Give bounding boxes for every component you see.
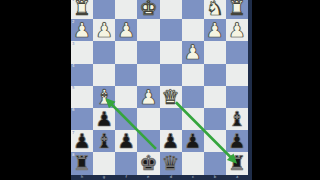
square-f8[interactable]	[115, 152, 137, 174]
file-label-d: d	[161, 175, 180, 180]
square-f7[interactable]: ♟	[115, 130, 137, 152]
square-e8[interactable]: ♚	[137, 152, 159, 174]
rank-label-2: 2	[72, 20, 75, 24]
square-g7[interactable]: ♝	[93, 130, 115, 152]
black-pawn-a7: ♟	[226, 130, 248, 152]
square-d1[interactable]	[160, 0, 182, 19]
white-king-e1: ♚	[137, 0, 159, 19]
square-f3[interactable]	[115, 41, 137, 63]
square-h1[interactable]: 1♜	[71, 0, 93, 19]
square-a8[interactable]: ♜	[226, 152, 248, 174]
file-coordinates-strip: hgfedcba	[71, 175, 248, 180]
file-label-h: h	[73, 175, 92, 180]
square-c2[interactable]	[182, 19, 204, 41]
square-b7[interactable]	[204, 130, 226, 152]
file-label-g: g	[95, 175, 114, 180]
white-pawn-c3: ♟	[182, 41, 204, 63]
square-h7[interactable]: 7♟	[71, 130, 93, 152]
square-d3[interactable]	[160, 41, 182, 63]
square-h8[interactable]: 8♜	[71, 152, 93, 174]
square-d5[interactable]: ♛	[160, 86, 182, 108]
white-rook-h1: ♜	[71, 0, 93, 19]
square-c4[interactable]	[182, 64, 204, 86]
square-e5[interactable]: ♟	[137, 86, 159, 108]
black-rook-a8: ♜	[226, 152, 248, 174]
rank-label-1: 1	[72, 0, 75, 2]
square-e2[interactable]	[137, 19, 159, 41]
rank-label-4: 4	[72, 64, 75, 68]
square-a1[interactable]: ♜	[226, 0, 248, 19]
square-e1[interactable]: ♚	[137, 0, 159, 19]
square-g4[interactable]	[93, 64, 115, 86]
square-h4[interactable]: 4	[71, 64, 93, 86]
white-pawn-g2: ♟	[93, 19, 115, 41]
black-bishop-a6: ♝	[226, 108, 248, 130]
black-bishop-g7: ♝	[93, 130, 115, 152]
square-d7[interactable]: ♟	[160, 130, 182, 152]
square-d2[interactable]	[160, 19, 182, 41]
board-right-frame	[248, 0, 252, 180]
square-c8[interactable]	[182, 152, 204, 174]
square-h6[interactable]: 6	[71, 108, 93, 130]
square-f4[interactable]	[115, 64, 137, 86]
square-h5[interactable]: 5	[71, 86, 93, 108]
square-b6[interactable]	[204, 108, 226, 130]
square-c6[interactable]	[182, 108, 204, 130]
chess-board: 1♜♚♞♜2♟♟♟♟♟3♟45♝♟♛6♟♝7♟♝♟♟♟♟8♜♚♛♜	[71, 0, 248, 175]
white-queen-d5: ♛	[160, 86, 182, 108]
rank-label-5: 5	[72, 86, 75, 90]
square-f1[interactable]	[115, 0, 137, 19]
square-g1[interactable]	[93, 0, 115, 19]
square-b2[interactable]: ♟	[204, 19, 226, 41]
square-a7[interactable]: ♟	[226, 130, 248, 152]
file-label-b: b	[205, 175, 224, 180]
square-b4[interactable]	[204, 64, 226, 86]
black-queen-d8: ♛	[160, 152, 182, 174]
rank-label-8: 8	[72, 153, 75, 157]
rank-label-3: 3	[72, 42, 75, 46]
square-b1[interactable]: ♞	[204, 0, 226, 19]
square-g5[interactable]: ♝	[93, 86, 115, 108]
square-c1[interactable]	[182, 0, 204, 19]
square-d8[interactable]: ♛	[160, 152, 182, 174]
square-h2[interactable]: 2♟	[71, 19, 93, 41]
square-f2[interactable]: ♟	[115, 19, 137, 41]
white-knight-b1: ♞	[204, 0, 226, 19]
square-c3[interactable]: ♟	[182, 41, 204, 63]
square-d4[interactable]	[160, 64, 182, 86]
black-king-e8: ♚	[137, 152, 159, 174]
square-f6[interactable]	[115, 108, 137, 130]
square-g8[interactable]	[93, 152, 115, 174]
square-b5[interactable]	[204, 86, 226, 108]
square-a5[interactable]	[226, 86, 248, 108]
file-label-e: e	[139, 175, 158, 180]
white-pawn-f2: ♟	[115, 19, 137, 41]
square-a4[interactable]	[226, 64, 248, 86]
black-pawn-g6: ♟	[93, 108, 115, 130]
square-d6[interactable]	[160, 108, 182, 130]
square-e6[interactable]	[137, 108, 159, 130]
square-b3[interactable]	[204, 41, 226, 63]
square-e7[interactable]	[137, 130, 159, 152]
square-a6[interactable]: ♝	[226, 108, 248, 130]
rank-label-7: 7	[72, 131, 75, 135]
rank-label-6: 6	[72, 108, 75, 112]
square-b8[interactable]	[204, 152, 226, 174]
square-a3[interactable]	[226, 41, 248, 63]
black-pawn-c7: ♟	[182, 130, 204, 152]
square-g3[interactable]	[93, 41, 115, 63]
square-e4[interactable]	[137, 64, 159, 86]
square-c7[interactable]: ♟	[182, 130, 204, 152]
square-a2[interactable]: ♟	[226, 19, 248, 41]
white-rook-a1: ♜	[226, 0, 248, 19]
square-g6[interactable]: ♟	[93, 108, 115, 130]
white-bishop-g5: ♝	[93, 86, 115, 108]
square-e3[interactable]	[137, 41, 159, 63]
white-pawn-e5: ♟	[137, 86, 159, 108]
file-label-c: c	[183, 175, 202, 180]
white-pawn-b2: ♟	[204, 19, 226, 41]
square-h3[interactable]: 3	[71, 41, 93, 63]
black-pawn-d7: ♟	[160, 130, 182, 152]
chessboard-screenshot: 1♜♚♞♜2♟♟♟♟♟3♟45♝♟♛6♟♝7♟♝♟♟♟♟8♜♚♛♜ hgfedc…	[0, 0, 320, 180]
square-f5[interactable]	[115, 86, 137, 108]
square-c5[interactable]	[182, 86, 204, 108]
black-pawn-f7: ♟	[115, 130, 137, 152]
white-pawn-a2: ♟	[226, 19, 248, 41]
square-g2[interactable]: ♟	[93, 19, 115, 41]
file-label-f: f	[117, 175, 136, 180]
file-label-a: a	[228, 175, 247, 180]
